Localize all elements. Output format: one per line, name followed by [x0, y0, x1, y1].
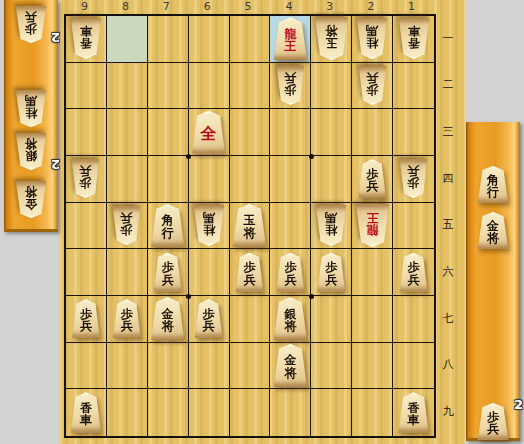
piece-face: 歩兵 [357, 66, 388, 105]
piece-face: 龍王 [272, 17, 309, 60]
piece-sente-角行-7五[interactable]: 角行 [149, 204, 186, 247]
square-8-7[interactable]: 歩兵 [107, 296, 148, 343]
square-2-7[interactable] [352, 296, 393, 343]
square-2-4[interactable]: 歩兵 [352, 156, 393, 203]
piece-face: 全 [190, 111, 227, 154]
hand-piece-gote-銀将[interactable]: 銀将 [14, 133, 48, 170]
square-7-2[interactable] [148, 63, 189, 110]
piece-face: 香車 [397, 392, 431, 433]
hand-piece-sente-角行[interactable]: 角行 [476, 166, 510, 203]
rank-label-8: 八 [435, 357, 461, 372]
square-9-1[interactable]: 香車 [66, 16, 107, 63]
star-point-3 [186, 294, 191, 299]
piece-gote-香車-9一[interactable]: 香車 [69, 18, 103, 59]
piece-sente-歩兵-4六[interactable]: 歩兵 [275, 253, 306, 292]
square-6-3[interactable]: 全 [189, 109, 230, 156]
rank-label-5: 五 [435, 217, 461, 232]
square-8-6[interactable] [107, 249, 148, 296]
rank-label-6: 六 [435, 264, 461, 279]
square-1-4[interactable]: 歩兵 [393, 156, 434, 203]
rank-label-3: 三 [435, 124, 461, 139]
rank-label-9: 九 [435, 404, 461, 419]
piece-face: 歩兵 [111, 299, 142, 338]
piece-face: 歩兵 [234, 253, 265, 292]
piece-face: 金将 [149, 297, 186, 340]
piece-gote-桂馬-3五[interactable]: 桂馬 [314, 205, 348, 246]
file-label-3: 3 [320, 0, 340, 13]
square-4-7[interactable]: 銀将 [270, 296, 311, 343]
square-9-8[interactable] [66, 343, 107, 390]
file-label-2: 2 [361, 0, 381, 13]
square-2-1[interactable]: 桂馬 [352, 16, 393, 63]
file-label-1: 1 [402, 0, 422, 13]
piece-face: 歩兵 [316, 253, 347, 292]
piece-sente-歩兵-1六[interactable]: 歩兵 [398, 253, 429, 292]
square-4-3[interactable] [270, 109, 311, 156]
piece-face: 角行 [149, 204, 186, 247]
square-9-5[interactable] [66, 203, 107, 250]
piece-sente-香車-1九[interactable]: 香車 [397, 392, 431, 433]
square-5-4[interactable] [230, 156, 271, 203]
square-4-8[interactable]: 金将 [270, 343, 311, 390]
square-4-2[interactable]: 歩兵 [270, 63, 311, 110]
hand-count-gote-歩兵: 2 [51, 30, 60, 45]
piece-sente-歩兵-8七[interactable]: 歩兵 [111, 299, 142, 338]
piece-face: 歩兵 [476, 403, 510, 440]
piece-face: 歩兵 [275, 66, 306, 105]
square-6-9[interactable] [189, 389, 230, 436]
piece-face: 歩兵 [14, 6, 48, 43]
square-6-7[interactable]: 歩兵 [189, 296, 230, 343]
piece-face: 歩兵 [70, 159, 101, 198]
piece-sente-歩兵-2四[interactable]: 歩兵 [357, 159, 388, 198]
piece-sente-歩兵-3六[interactable]: 歩兵 [316, 253, 347, 292]
square-2-2[interactable]: 歩兵 [352, 63, 393, 110]
rank-label-2: 二 [435, 77, 461, 92]
square-8-1[interactable] [107, 16, 148, 63]
piece-face: 香車 [69, 18, 103, 59]
rank-label-7: 七 [435, 311, 461, 326]
square-3-3[interactable] [311, 109, 352, 156]
square-1-5[interactable] [393, 203, 434, 250]
square-1-2[interactable] [393, 63, 434, 110]
square-7-7[interactable]: 金将 [148, 296, 189, 343]
square-8-8[interactable] [107, 343, 148, 390]
square-2-5[interactable]: 龍王 [352, 203, 393, 250]
square-3-5[interactable]: 桂馬 [311, 203, 352, 250]
piece-gote-玉将-3一[interactable]: 玉将 [313, 17, 350, 60]
piece-sente-歩兵-9七[interactable]: 歩兵 [70, 299, 101, 338]
square-4-5[interactable] [270, 203, 311, 250]
piece-face: 桂馬 [14, 90, 48, 127]
piece-face: 角行 [476, 166, 510, 203]
star-point-2 [309, 154, 314, 159]
square-6-2[interactable] [189, 63, 230, 110]
square-4-6[interactable]: 歩兵 [270, 249, 311, 296]
square-6-4[interactable] [189, 156, 230, 203]
hand-piece-sente-歩兵[interactable]: 歩兵 [476, 403, 510, 440]
piece-face: 歩兵 [70, 299, 101, 338]
piece-face: 桂馬 [355, 18, 389, 59]
piece-face: 玉将 [231, 204, 268, 247]
hand-count-gote-銀将: 2 [51, 157, 60, 172]
square-6-5[interactable]: 桂馬 [189, 203, 230, 250]
square-5-6[interactable]: 歩兵 [230, 249, 271, 296]
square-2-9[interactable] [352, 389, 393, 436]
square-9-4[interactable]: 歩兵 [66, 156, 107, 203]
hand-slot-sente-角行: 角行 [476, 166, 510, 203]
square-7-9[interactable] [148, 389, 189, 436]
square-2-6[interactable] [352, 249, 393, 296]
square-4-1[interactable]: 龍王 [270, 16, 311, 63]
piece-sente-金将-4八[interactable]: 金将 [272, 344, 309, 387]
hand-slot-sente-歩兵: 歩兵2 [476, 403, 510, 440]
piece-sente-金将-7七[interactable]: 金将 [149, 297, 186, 340]
sente-captured-pieces-stand: 角行金将歩兵2 [466, 122, 520, 441]
square-7-1[interactable] [148, 16, 189, 63]
piece-sente-歩兵-7六[interactable]: 歩兵 [152, 253, 183, 292]
square-1-8[interactable] [393, 343, 434, 390]
hand-piece-gote-桂馬[interactable]: 桂馬 [14, 90, 48, 127]
square-8-9[interactable] [107, 389, 148, 436]
square-1-9[interactable]: 香車 [393, 389, 434, 436]
piece-gote-歩兵-9四[interactable]: 歩兵 [70, 159, 101, 198]
hand-slot-gote-銀将: 銀将2 [14, 133, 48, 170]
piece-face: 金将 [272, 344, 309, 387]
square-9-2[interactable] [66, 63, 107, 110]
square-7-5[interactable]: 角行 [148, 203, 189, 250]
square-9-7[interactable]: 歩兵 [66, 296, 107, 343]
hand-count-sente-歩兵: 2 [514, 397, 523, 412]
piece-face: 銀将 [14, 133, 48, 170]
file-label-6: 6 [197, 0, 217, 13]
square-1-7[interactable] [393, 296, 434, 343]
square-5-5[interactable]: 玉将 [230, 203, 271, 250]
square-8-2[interactable] [107, 63, 148, 110]
piece-face: 歩兵 [398, 159, 429, 198]
square-3-4[interactable] [311, 156, 352, 203]
square-7-8[interactable] [148, 343, 189, 390]
file-label-4: 4 [279, 0, 299, 13]
piece-face: 香車 [69, 392, 103, 433]
piece-face: 龍王 [354, 204, 391, 247]
star-point-4 [309, 294, 314, 299]
square-1-3[interactable] [393, 109, 434, 156]
piece-face: 歩兵 [275, 253, 306, 292]
gote-captured-pieces-stand: 歩兵2桂馬銀将2金将 [4, 0, 58, 232]
square-8-5[interactable]: 歩兵 [107, 203, 148, 250]
file-label-9: 9 [75, 0, 95, 13]
piece-gote-香車-1一[interactable]: 香車 [397, 18, 431, 59]
square-6-8[interactable] [189, 343, 230, 390]
square-7-3[interactable] [148, 109, 189, 156]
hand-slot-gote-歩兵: 歩兵2 [14, 6, 48, 43]
hand-piece-gote-歩兵[interactable]: 歩兵 [14, 6, 48, 43]
square-3-2[interactable] [311, 63, 352, 110]
piece-face: 玉将 [313, 17, 350, 60]
square-2-8[interactable] [352, 343, 393, 390]
square-5-7[interactable] [230, 296, 271, 343]
hand-slot-gote-金将: 金将 [14, 181, 48, 218]
piece-sente-玉将-5五[interactable]: 玉将 [231, 204, 268, 247]
square-5-8[interactable] [230, 343, 271, 390]
file-label-5: 5 [238, 0, 258, 13]
square-6-6[interactable] [189, 249, 230, 296]
piece-sente-龍王-4一[interactable]: 龍王 [272, 17, 309, 60]
piece-sente-香車-9九[interactable]: 香車 [69, 392, 103, 433]
piece-gote-歩兵-1四[interactable]: 歩兵 [398, 159, 429, 198]
piece-face: 香車 [397, 18, 431, 59]
square-3-8[interactable] [311, 343, 352, 390]
rank-label-4: 四 [435, 171, 461, 186]
piece-face: 歩兵 [357, 159, 388, 198]
square-1-6[interactable]: 歩兵 [393, 249, 434, 296]
piece-face: 桂馬 [314, 205, 348, 246]
hand-piece-gote-金将[interactable]: 金将 [14, 181, 48, 218]
square-9-9[interactable]: 香車 [66, 389, 107, 436]
square-3-1[interactable]: 玉将 [311, 16, 352, 63]
piece-face: 歩兵 [111, 206, 142, 245]
square-3-9[interactable] [311, 389, 352, 436]
square-5-3[interactable] [230, 109, 271, 156]
shogi-board-grid: 香車龍王玉将桂馬香車歩兵歩兵全歩兵歩兵歩兵歩兵角行桂馬玉将桂馬龍王歩兵歩兵歩兵歩… [64, 14, 436, 438]
piece-face: 金将 [14, 181, 48, 218]
piece-face: 銀将 [272, 297, 309, 340]
piece-sente-全-6三[interactable]: 全 [190, 111, 227, 154]
square-8-4[interactable] [107, 156, 148, 203]
square-9-3[interactable] [66, 109, 107, 156]
shogi-board-panel: 987654321 香車龍王玉将桂馬香車歩兵歩兵全歩兵歩兵歩兵歩兵角行桂馬玉将桂… [59, 0, 465, 444]
piece-gote-歩兵-8五[interactable]: 歩兵 [111, 206, 142, 245]
piece-gote-歩兵-2二[interactable]: 歩兵 [357, 66, 388, 105]
hand-slot-sente-金将: 金将 [476, 212, 510, 249]
piece-gote-桂馬-2一[interactable]: 桂馬 [355, 18, 389, 59]
square-5-9[interactable] [230, 389, 271, 436]
piece-sente-銀将-4七[interactable]: 銀将 [272, 297, 309, 340]
square-4-4[interactable] [270, 156, 311, 203]
star-point-1 [186, 154, 191, 159]
square-3-7[interactable] [311, 296, 352, 343]
piece-face: 金将 [476, 212, 510, 249]
square-3-6[interactable]: 歩兵 [311, 249, 352, 296]
piece-gote-桂馬-6五[interactable]: 桂馬 [192, 205, 226, 246]
rank-label-1: 一 [435, 31, 461, 46]
file-label-8: 8 [115, 0, 135, 13]
square-6-1[interactable] [189, 16, 230, 63]
square-7-4[interactable] [148, 156, 189, 203]
square-1-1[interactable]: 香車 [393, 16, 434, 63]
hand-slot-gote-桂馬: 桂馬 [14, 90, 48, 127]
piece-face: 歩兵 [398, 253, 429, 292]
piece-gote-歩兵-4二[interactable]: 歩兵 [275, 66, 306, 105]
square-8-3[interactable] [107, 109, 148, 156]
piece-gote-龍王-2五[interactable]: 龍王 [354, 204, 391, 247]
piece-sente-歩兵-6七[interactable]: 歩兵 [193, 299, 224, 338]
piece-face: 桂馬 [192, 205, 226, 246]
square-5-1[interactable] [230, 16, 271, 63]
square-4-9[interactable] [270, 389, 311, 436]
file-label-7: 7 [156, 0, 176, 13]
hand-piece-sente-金将[interactable]: 金将 [476, 212, 510, 249]
piece-face: 歩兵 [193, 299, 224, 338]
square-2-3[interactable] [352, 109, 393, 156]
square-7-6[interactable]: 歩兵 [148, 249, 189, 296]
piece-face: 歩兵 [152, 253, 183, 292]
piece-sente-歩兵-5六[interactable]: 歩兵 [234, 253, 265, 292]
square-5-2[interactable] [230, 63, 271, 110]
square-9-6[interactable] [66, 249, 107, 296]
